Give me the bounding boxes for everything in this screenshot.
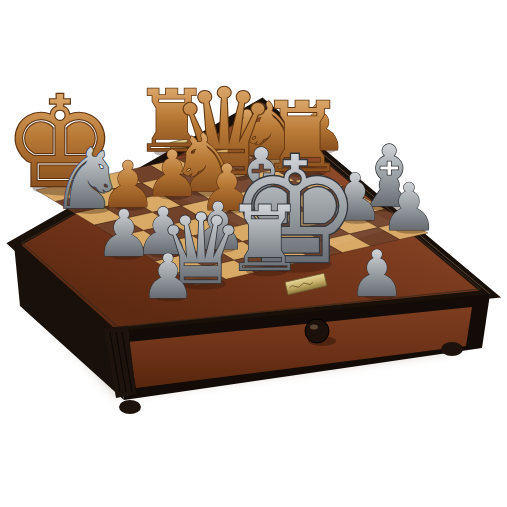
- drawer-knob: [305, 319, 329, 343]
- knob-highlight: [310, 325, 318, 330]
- board-scene: ♟♜♟♞♜♛♚♞♟♟♝♞♟♝♟♟♟♟♟♚♜♛♟♟: [0, 0, 507, 507]
- bun-foot: [441, 342, 463, 356]
- bun-foot: [119, 400, 141, 414]
- piece-silver-pawn-h1: ♟: [380, 169, 439, 245]
- piece-silver-pawn-rail: ♟: [348, 237, 405, 311]
- piece-silver-pawn-rail: ♟: [140, 241, 195, 312]
- chess-set-product-photo: ♟♜♟♞♜♛♚♞♟♟♝♞♟♝♟♟♟♟♟♚♜♛♟♟: [0, 0, 507, 507]
